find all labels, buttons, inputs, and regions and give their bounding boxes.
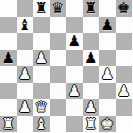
square-d2[interactable] — [50, 99, 67, 116]
square-f8[interactable]: ♜ — [83, 0, 100, 17]
square-a8[interactable] — [0, 0, 17, 17]
square-e3[interactable]: ♟ — [66, 83, 83, 100]
piece-white-pawn: ♟ — [101, 66, 114, 83]
piece-white-bishop: ♝ — [35, 116, 48, 133]
square-d8[interactable]: ♛ — [50, 0, 67, 17]
square-b8[interactable] — [17, 0, 34, 17]
square-c6[interactable] — [33, 33, 50, 50]
square-e6[interactable]: ♟ — [66, 33, 83, 50]
square-h6[interactable] — [116, 33, 133, 50]
square-h7[interactable] — [116, 17, 133, 34]
square-c8[interactable]: ♜ — [33, 0, 50, 17]
square-h1[interactable] — [116, 116, 133, 133]
square-g1[interactable]: ♚ — [99, 116, 116, 133]
chess-board: ♜♛♜♚♝♟♟♟♟♟♟♟♟♟♟♛♟♜♝♜♚ — [0, 0, 132, 132]
square-d6[interactable] — [50, 33, 67, 50]
square-f1[interactable]: ♜ — [83, 116, 100, 133]
square-b2[interactable]: ♟ — [17, 99, 34, 116]
piece-white-pawn: ♟ — [35, 50, 48, 67]
piece-black-pawn: ♟ — [2, 50, 15, 67]
piece-black-king: ♚ — [117, 0, 130, 17]
square-a2[interactable] — [0, 99, 17, 116]
square-h4[interactable] — [116, 66, 133, 83]
square-a7[interactable] — [0, 17, 17, 34]
square-d5[interactable] — [50, 50, 67, 67]
square-c7[interactable] — [33, 17, 50, 34]
piece-white-pawn: ♟ — [18, 99, 31, 116]
piece-white-rook: ♜ — [84, 116, 97, 133]
square-c2[interactable]: ♛ — [33, 99, 50, 116]
piece-white-pawn: ♟ — [84, 99, 97, 116]
square-c3[interactable] — [33, 83, 50, 100]
square-d7[interactable] — [50, 17, 67, 34]
square-a5[interactable]: ♟ — [0, 50, 17, 67]
square-c1[interactable]: ♝ — [33, 116, 50, 133]
square-g7[interactable]: ♟ — [99, 17, 116, 34]
piece-white-pawn: ♟ — [68, 83, 81, 100]
square-a1[interactable]: ♜ — [0, 116, 17, 133]
piece-white-pawn: ♟ — [117, 83, 130, 100]
piece-black-pawn: ♟ — [84, 50, 97, 67]
piece-white-queen: ♛ — [35, 99, 48, 116]
square-h5[interactable] — [116, 50, 133, 67]
square-h8[interactable]: ♚ — [116, 0, 133, 17]
square-g8[interactable] — [99, 0, 116, 17]
square-e2[interactable] — [66, 99, 83, 116]
square-h2[interactable] — [116, 99, 133, 116]
square-b6[interactable] — [17, 33, 34, 50]
square-d3[interactable] — [50, 83, 67, 100]
square-d4[interactable] — [50, 66, 67, 83]
square-c5[interactable]: ♟ — [33, 50, 50, 67]
square-a6[interactable] — [0, 33, 17, 50]
square-h3[interactable]: ♟ — [116, 83, 133, 100]
square-a4[interactable] — [0, 66, 17, 83]
square-f3[interactable] — [83, 83, 100, 100]
square-f6[interactable] — [83, 33, 100, 50]
square-g4[interactable]: ♟ — [99, 66, 116, 83]
square-e4[interactable] — [66, 66, 83, 83]
piece-white-king: ♚ — [101, 116, 114, 133]
square-f7[interactable] — [83, 17, 100, 34]
square-g5[interactable] — [99, 50, 116, 67]
piece-black-queen: ♛ — [51, 0, 64, 17]
piece-black-pawn: ♟ — [101, 17, 114, 34]
square-g6[interactable] — [99, 33, 116, 50]
square-b5[interactable] — [17, 50, 34, 67]
square-f5[interactable]: ♟ — [83, 50, 100, 67]
square-g2[interactable] — [99, 99, 116, 116]
piece-black-rook: ♜ — [84, 0, 97, 17]
piece-black-pawn: ♟ — [68, 33, 81, 50]
square-b7[interactable]: ♝ — [17, 17, 34, 34]
square-e5[interactable] — [66, 50, 83, 67]
piece-black-bishop: ♝ — [18, 17, 31, 34]
square-e1[interactable] — [66, 116, 83, 133]
piece-white-rook: ♜ — [2, 116, 15, 133]
square-e7[interactable] — [66, 17, 83, 34]
piece-white-pawn: ♟ — [18, 66, 31, 83]
square-f4[interactable] — [83, 66, 100, 83]
square-c4[interactable] — [33, 66, 50, 83]
square-g3[interactable] — [99, 83, 116, 100]
square-d1[interactable] — [50, 116, 67, 133]
square-b4[interactable]: ♟ — [17, 66, 34, 83]
square-b1[interactable] — [17, 116, 34, 133]
square-e8[interactable] — [66, 0, 83, 17]
piece-black-rook: ♜ — [35, 0, 48, 17]
square-b3[interactable] — [17, 83, 34, 100]
square-f2[interactable]: ♟ — [83, 99, 100, 116]
square-a3[interactable] — [0, 83, 17, 100]
